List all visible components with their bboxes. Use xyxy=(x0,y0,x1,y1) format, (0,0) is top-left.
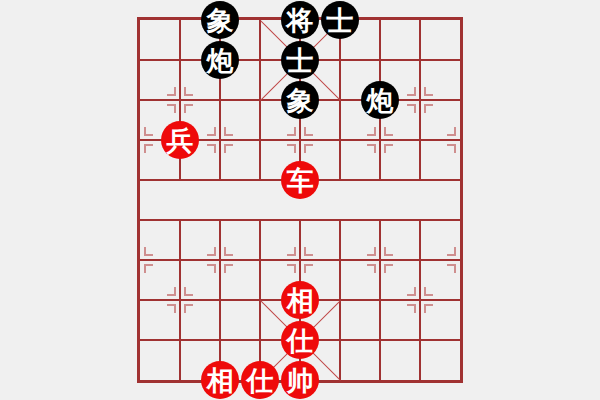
piece-black-elephant[interactable]: 象 xyxy=(201,1,239,39)
point-marker xyxy=(144,247,153,256)
point-marker xyxy=(447,264,456,273)
point-marker xyxy=(407,287,416,296)
point-marker xyxy=(424,304,433,313)
point-marker xyxy=(207,127,216,136)
point-marker xyxy=(224,144,233,153)
point-marker xyxy=(447,247,456,256)
point-marker xyxy=(144,264,153,273)
point-marker xyxy=(304,247,313,256)
point-marker xyxy=(167,87,176,96)
point-marker xyxy=(287,247,296,256)
piece-black-advisor[interactable]: 士 xyxy=(281,41,319,79)
piece-red-soldier[interactable]: 兵 xyxy=(161,121,199,159)
point-marker xyxy=(184,287,193,296)
point-marker xyxy=(224,264,233,273)
xiangqi-board: 象将士炮士象炮兵车相仕相仕帅 xyxy=(0,0,600,400)
point-marker xyxy=(224,127,233,136)
piece-red-advisor[interactable]: 仕 xyxy=(241,361,279,399)
point-marker xyxy=(304,127,313,136)
point-marker xyxy=(447,144,456,153)
piece-black-cannon[interactable]: 炮 xyxy=(201,41,239,79)
point-marker xyxy=(304,144,313,153)
piece-red-chariot[interactable]: 车 xyxy=(281,161,319,199)
point-marker xyxy=(287,144,296,153)
point-marker xyxy=(144,144,153,153)
point-marker xyxy=(384,264,393,273)
grid-horizontal-line xyxy=(140,219,460,221)
point-marker xyxy=(304,264,313,273)
point-marker xyxy=(167,104,176,113)
piece-black-cannon[interactable]: 炮 xyxy=(361,81,399,119)
point-marker xyxy=(367,127,376,136)
point-marker xyxy=(287,127,296,136)
piece-black-advisor[interactable]: 士 xyxy=(321,1,359,39)
point-marker xyxy=(424,287,433,296)
point-marker xyxy=(207,247,216,256)
point-marker xyxy=(384,247,393,256)
xiangqi-board-page: 象将士炮士象炮兵车相仕相仕帅 xyxy=(0,0,600,400)
piece-red-advisor[interactable]: 仕 xyxy=(281,321,319,359)
point-marker xyxy=(184,87,193,96)
point-marker xyxy=(207,144,216,153)
point-marker xyxy=(384,127,393,136)
point-marker xyxy=(367,144,376,153)
piece-red-general[interactable]: 帅 xyxy=(281,361,319,399)
point-marker xyxy=(407,304,416,313)
point-marker xyxy=(287,264,296,273)
point-marker xyxy=(367,264,376,273)
point-marker xyxy=(207,264,216,273)
piece-red-elephant[interactable]: 相 xyxy=(281,281,319,319)
point-marker xyxy=(184,104,193,113)
piece-black-elephant[interactable]: 象 xyxy=(281,81,319,119)
point-marker xyxy=(167,304,176,313)
point-marker xyxy=(447,127,456,136)
point-marker xyxy=(167,287,176,296)
point-marker xyxy=(407,104,416,113)
point-marker xyxy=(224,247,233,256)
point-marker xyxy=(384,144,393,153)
point-marker xyxy=(424,104,433,113)
point-marker xyxy=(184,304,193,313)
piece-black-general[interactable]: 将 xyxy=(281,1,319,39)
point-marker xyxy=(367,247,376,256)
point-marker xyxy=(424,87,433,96)
point-marker xyxy=(144,127,153,136)
piece-red-elephant[interactable]: 相 xyxy=(201,361,239,399)
grid-horizontal-line xyxy=(140,259,460,261)
point-marker xyxy=(407,87,416,96)
